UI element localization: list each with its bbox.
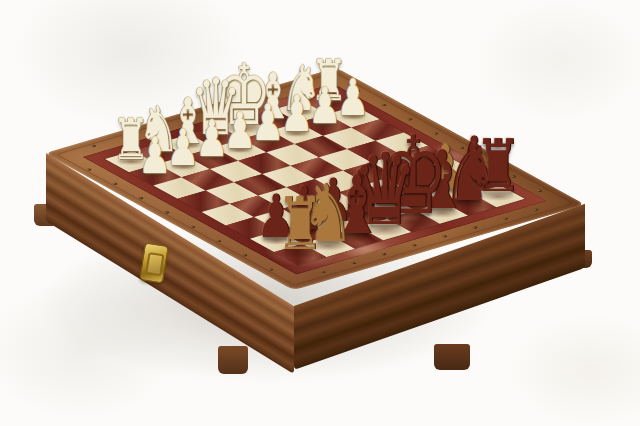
chess-set-photo-scene: ♜♞♝♛♚♝♞♜♟♟♟♟♟♟♟♟♟♟♟♟♟♟♟♟♜♞♝♛♚♝♞♜ [0, 0, 640, 426]
black-rook-a8[interactable]: ♜ [276, 189, 324, 261]
box-foot [434, 344, 470, 370]
white-pawn-e2[interactable]: ♟ [252, 97, 285, 147]
white-pawn-a2[interactable]: ♟ [139, 130, 172, 180]
white-pawn-c2[interactable]: ♟ [195, 114, 228, 164]
white-pawn-h2[interactable]: ♟ [337, 72, 370, 122]
white-pawn-b2[interactable]: ♟ [167, 122, 200, 172]
white-pawn-f2[interactable]: ♟ [280, 89, 313, 139]
box-foot [218, 346, 248, 374]
